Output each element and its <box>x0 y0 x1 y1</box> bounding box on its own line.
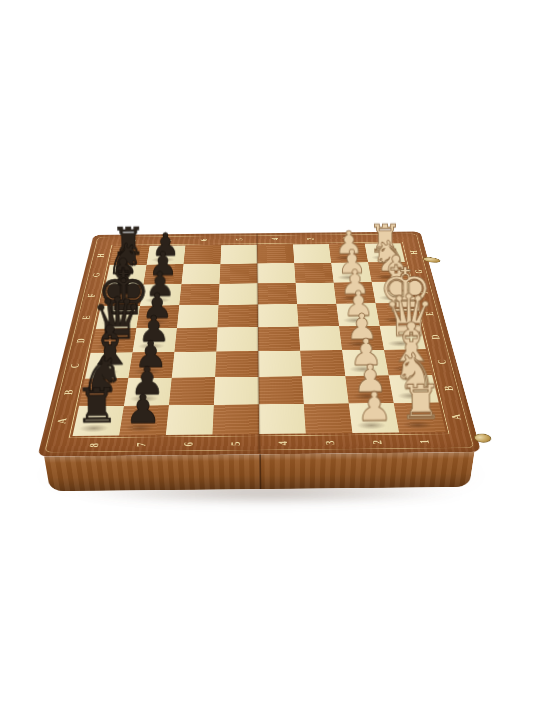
square-g4 <box>257 263 295 283</box>
rank-label-back-7: 7 <box>161 237 175 244</box>
square-h3 <box>293 244 331 263</box>
piece-black-pawn-g7: ♟ <box>143 264 183 284</box>
square-f4 <box>258 283 297 305</box>
square-g3 <box>294 263 333 283</box>
square-h6 <box>184 245 222 264</box>
black-pawn-icon: ♟ <box>120 389 167 429</box>
product-photo-scene: HHGGFFEEDDCCBBAA8877665544332211 ♜♞♝♛♚♝♞… <box>0 0 540 720</box>
white-pawn-icon: ♟ <box>335 265 374 299</box>
black-knight-icon: ♞ <box>106 238 144 280</box>
brass-clasp-top <box>422 257 441 262</box>
square-h7 <box>147 246 186 265</box>
square-h2 <box>329 244 368 263</box>
white-pawn-icon: ♟ <box>330 227 367 259</box>
piece-white-knight-g1: ♞ <box>368 262 410 282</box>
piece-black-pawn-f7: ♟ <box>140 284 181 306</box>
square-g5 <box>219 263 257 283</box>
rank-label-back-5: 5 <box>233 236 246 243</box>
piece-white-pawn-h2: ♟ <box>329 244 368 263</box>
square-g8 <box>105 265 146 285</box>
square-f6 <box>179 284 219 306</box>
square-g2 <box>331 262 372 282</box>
rank-label-back-1: 1 <box>374 235 388 241</box>
front-edge-seam <box>259 454 261 489</box>
square-e4 <box>258 304 299 327</box>
black-pawn-icon: ♟ <box>147 229 184 261</box>
piece-white-pawn-g2: ♟ <box>331 262 372 282</box>
square-f3 <box>296 283 337 305</box>
piece-black-rook-a8: ♜ <box>72 406 123 436</box>
white-pawn-icon: ♟ <box>333 245 371 278</box>
square-g1 <box>368 262 410 282</box>
square-f2 <box>334 282 376 304</box>
white-pawn-icon: ♟ <box>351 386 398 426</box>
brass-clasp-icon <box>423 257 441 263</box>
piece-black-pawn-a7: ♟ <box>119 405 169 435</box>
rank-label-back-2: 2 <box>339 235 353 242</box>
square-f5 <box>219 283 258 305</box>
square-e3 <box>297 304 339 327</box>
file-label-left-h: H <box>93 252 108 259</box>
brass-clasp-bottom <box>473 434 492 443</box>
black-pawn-icon: ♟ <box>140 267 179 301</box>
rank-label-back-6: 6 <box>197 237 210 244</box>
rank-label-back-3: 3 <box>304 235 317 242</box>
black-rook-icon: ♜ <box>73 381 120 429</box>
square-h8 <box>110 246 150 265</box>
piece-white-pawn-f2: ♟ <box>334 282 376 304</box>
brass-clasp-icon <box>472 432 493 443</box>
piece-white-rook-a1: ♜ <box>394 402 446 432</box>
rank-label-back-8: 8 <box>126 237 140 244</box>
board-front-edge <box>44 452 474 491</box>
square-f7 <box>140 284 181 306</box>
white-rook-icon: ♜ <box>397 378 444 426</box>
square-e5 <box>217 304 258 327</box>
piece-black-rook-h8: ♜ <box>110 246 150 265</box>
square-h1 <box>365 243 405 262</box>
chess-board-wrap: HHGGFFEEDDCCBBAA8877665544332211 ♜♞♝♛♚♝♞… <box>68 137 448 517</box>
piece-white-pawn-a2: ♟ <box>349 403 399 433</box>
square-h5 <box>220 245 257 264</box>
white-knight-icon: ♞ <box>370 236 408 278</box>
file-label-left-g: G <box>89 271 104 278</box>
square-e6 <box>177 305 219 328</box>
piece-black-pawn-h7: ♟ <box>147 246 186 265</box>
file-label-right-g: G <box>411 268 426 275</box>
file-label-right-h: H <box>406 249 421 256</box>
square-h4 <box>257 244 294 263</box>
black-pawn-icon: ♟ <box>144 247 182 280</box>
rank-label-back-4: 4 <box>268 236 281 243</box>
chess-board: HHGGFFEEDDCCBBAA8877665544332211 ♜♞♝♛♚♝♞… <box>37 232 481 457</box>
piece-black-knight-g8: ♞ <box>105 265 146 285</box>
coordinate-labels: HHGGFFEEDDCCBBAA8877665544332211 <box>94 232 421 235</box>
square-g6 <box>181 264 220 284</box>
piece-white-rook-h1: ♜ <box>365 243 405 262</box>
square-g7 <box>143 264 183 284</box>
